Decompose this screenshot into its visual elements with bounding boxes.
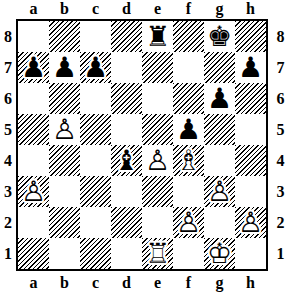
square-d6[interactable] <box>111 83 142 114</box>
square-b8[interactable] <box>49 21 80 52</box>
file-label-c: c <box>80 0 111 19</box>
white-rook-icon: ♖ <box>142 238 173 269</box>
rank-label-2: 2 <box>0 207 16 238</box>
square-c6[interactable] <box>80 83 111 114</box>
black-pawn-icon: ♟ <box>173 114 204 145</box>
square-g8[interactable]: ♚♚ <box>204 21 235 52</box>
square-h8[interactable] <box>235 21 266 52</box>
white-king-g1[interactable]: ♚♔ <box>204 238 235 269</box>
file-label-d: d <box>111 0 142 19</box>
square-a2[interactable] <box>18 207 49 238</box>
square-h6[interactable] <box>235 83 266 114</box>
black-rook-e8[interactable]: ♜♜ <box>142 21 173 52</box>
square-a4[interactable] <box>18 145 49 176</box>
square-b1[interactable] <box>49 238 80 269</box>
square-f5[interactable]: ♟♟ <box>173 114 204 145</box>
file-labels-bottom: abcdefgh <box>18 271 266 295</box>
rank-label-6: 6 <box>0 83 16 114</box>
square-f6[interactable] <box>173 83 204 114</box>
square-f8[interactable] <box>173 21 204 52</box>
file-label-g: g <box>204 271 235 295</box>
square-b7[interactable]: ♟♟ <box>49 52 80 83</box>
chess-board: ♜♜♚♚♟♟♟♟♟♟♟♟♟♟♟♙♟♟♝♝♟♙♝♗♟♙♟♙♟♙♟♙♜♖♚♔ <box>16 19 268 271</box>
square-b5[interactable]: ♟♙ <box>49 114 80 145</box>
white-pawn-icon: ♙ <box>173 207 204 238</box>
white-king-icon: ♔ <box>204 238 235 269</box>
white-pawn-icon: ♙ <box>235 207 266 238</box>
square-a8[interactable] <box>18 21 49 52</box>
rank-label-4: 4 <box>268 145 293 176</box>
square-d5[interactable] <box>111 114 142 145</box>
rank-label-2: 2 <box>268 207 293 238</box>
square-h5[interactable] <box>235 114 266 145</box>
black-pawn-icon: ♟ <box>80 52 111 83</box>
square-a5[interactable] <box>18 114 49 145</box>
black-pawn-h7[interactable]: ♟♟ <box>235 52 266 83</box>
square-f3[interactable] <box>173 176 204 207</box>
white-pawn-f2[interactable]: ♟♙ <box>173 207 204 238</box>
rank-label-8: 8 <box>268 21 293 52</box>
square-c4[interactable] <box>80 145 111 176</box>
square-h7[interactable]: ♟♟ <box>235 52 266 83</box>
file-label-h: h <box>235 0 266 19</box>
file-label-h: h <box>235 271 266 295</box>
black-pawn-b7[interactable]: ♟♟ <box>49 52 80 83</box>
square-g3[interactable]: ♟♙ <box>204 176 235 207</box>
square-b6[interactable] <box>49 83 80 114</box>
square-h4[interactable] <box>235 145 266 176</box>
black-rook-icon: ♜ <box>142 21 173 52</box>
square-g2[interactable] <box>204 207 235 238</box>
square-e5[interactable] <box>142 114 173 145</box>
file-label-e: e <box>142 0 173 19</box>
square-e6[interactable] <box>142 83 173 114</box>
square-c1[interactable] <box>80 238 111 269</box>
rank-label-3: 3 <box>268 176 293 207</box>
rank-label-1: 1 <box>268 238 293 269</box>
white-pawn-g3[interactable]: ♟♙ <box>204 176 235 207</box>
rank-label-7: 7 <box>0 52 16 83</box>
square-e4[interactable]: ♟♙ <box>142 145 173 176</box>
rank-label-5: 5 <box>268 114 293 145</box>
chess-diagram: abcdefgh 87654321 ♜♜♚♚♟♟♟♟♟♟♟♟♟♟♟♙♟♟♝♝♟♙… <box>0 0 293 295</box>
square-d4[interactable]: ♝♝ <box>111 145 142 176</box>
black-king-icon: ♚ <box>204 21 235 52</box>
black-pawn-icon: ♟ <box>18 52 49 83</box>
rank-label-6: 6 <box>268 83 293 114</box>
file-label-f: f <box>173 0 204 19</box>
black-pawn-icon: ♟ <box>204 83 235 114</box>
file-label-f: f <box>173 271 204 295</box>
square-g5[interactable] <box>204 114 235 145</box>
white-pawn-icon: ♙ <box>142 145 173 176</box>
white-bishop-icon: ♗ <box>173 145 204 176</box>
square-e1[interactable]: ♜♖ <box>142 238 173 269</box>
square-b2[interactable] <box>49 207 80 238</box>
square-a3[interactable]: ♟♙ <box>18 176 49 207</box>
square-d1[interactable] <box>111 238 142 269</box>
square-e2[interactable] <box>142 207 173 238</box>
square-f2[interactable]: ♟♙ <box>173 207 204 238</box>
file-label-g: g <box>204 0 235 19</box>
rank-label-4: 4 <box>0 145 16 176</box>
file-label-e: e <box>142 271 173 295</box>
black-pawn-f5[interactable]: ♟♟ <box>173 114 204 145</box>
file-label-c: c <box>80 271 111 295</box>
file-label-a: a <box>18 271 49 295</box>
square-e3[interactable] <box>142 176 173 207</box>
square-d8[interactable] <box>111 21 142 52</box>
square-g6[interactable]: ♟♟ <box>204 83 235 114</box>
square-b4[interactable] <box>49 145 80 176</box>
black-bishop-icon: ♝ <box>111 145 142 176</box>
square-h1[interactable] <box>235 238 266 269</box>
black-pawn-c7[interactable]: ♟♟ <box>80 52 111 83</box>
square-c2[interactable] <box>80 207 111 238</box>
rank-label-1: 1 <box>0 238 16 269</box>
square-g7[interactable] <box>204 52 235 83</box>
white-pawn-h2[interactable]: ♟♙ <box>235 207 266 238</box>
square-f1[interactable] <box>173 238 204 269</box>
black-pawn-icon: ♟ <box>49 52 80 83</box>
black-king-g8[interactable]: ♚♚ <box>204 21 235 52</box>
square-a7[interactable]: ♟♟ <box>18 52 49 83</box>
black-pawn-icon: ♟ <box>235 52 266 83</box>
white-pawn-icon: ♙ <box>204 176 235 207</box>
square-d3[interactable] <box>111 176 142 207</box>
file-label-d: d <box>111 271 142 295</box>
white-bishop-f4[interactable]: ♝♗ <box>173 145 204 176</box>
square-h3[interactable] <box>235 176 266 207</box>
square-g4[interactable] <box>204 145 235 176</box>
rank-label-8: 8 <box>0 21 16 52</box>
white-pawn-icon: ♙ <box>49 114 80 145</box>
square-h2[interactable]: ♟♙ <box>235 207 266 238</box>
black-bishop-d4[interactable]: ♝♝ <box>111 145 142 176</box>
file-label-b: b <box>49 0 80 19</box>
white-pawn-b5[interactable]: ♟♙ <box>49 114 80 145</box>
square-a1[interactable] <box>18 238 49 269</box>
square-d7[interactable] <box>111 52 142 83</box>
rank-labels-left: 87654321 <box>0 21 16 269</box>
white-pawn-icon: ♙ <box>18 176 49 207</box>
square-g1[interactable]: ♚♔ <box>204 238 235 269</box>
black-pawn-g6[interactable]: ♟♟ <box>204 83 235 114</box>
rank-label-7: 7 <box>268 52 293 83</box>
rank-label-5: 5 <box>0 114 16 145</box>
file-labels-top: abcdefgh <box>18 0 266 19</box>
rank-label-3: 3 <box>0 176 16 207</box>
rank-labels-right: 87654321 <box>268 21 293 269</box>
file-label-b: b <box>49 271 80 295</box>
file-label-a: a <box>18 0 49 19</box>
white-pawn-e4[interactable]: ♟♙ <box>142 145 173 176</box>
square-c7[interactable]: ♟♟ <box>80 52 111 83</box>
white-rook-e1[interactable]: ♜♖ <box>142 238 173 269</box>
square-c5[interactable] <box>80 114 111 145</box>
square-f7[interactable] <box>173 52 204 83</box>
square-e7[interactable] <box>142 52 173 83</box>
square-c3[interactable] <box>80 176 111 207</box>
square-c8[interactable] <box>80 21 111 52</box>
square-e8[interactable]: ♜♜ <box>142 21 173 52</box>
white-pawn-a3[interactable]: ♟♙ <box>18 176 49 207</box>
square-b3[interactable] <box>49 176 80 207</box>
square-d2[interactable] <box>111 207 142 238</box>
square-f4[interactable]: ♝♗ <box>173 145 204 176</box>
square-a6[interactable] <box>18 83 49 114</box>
black-pawn-a7[interactable]: ♟♟ <box>18 52 49 83</box>
